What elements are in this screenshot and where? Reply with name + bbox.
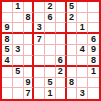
- cell-r8c6[interactable]: [56, 78, 67, 89]
- cell-r6c6[interactable]: 6: [56, 56, 67, 67]
- cell-r6c9[interactable]: 8: [88, 56, 99, 67]
- cell-r1c1[interactable]: [2, 2, 13, 13]
- cell-r9c8[interactable]: 3: [77, 88, 88, 99]
- cell-r9c2[interactable]: [13, 88, 24, 99]
- cell-r3c7[interactable]: [67, 23, 78, 34]
- cell-r4c5[interactable]: [45, 34, 56, 45]
- cell-r5c8[interactable]: 4: [77, 45, 88, 56]
- cell-r1c4[interactable]: [34, 2, 45, 13]
- sudoku-board: 1258629318765349468521958713: [0, 0, 101, 101]
- cell-r3c2[interactable]: [13, 23, 24, 34]
- cell-r7c5[interactable]: [45, 67, 56, 78]
- cell-r3c9[interactable]: [88, 23, 99, 34]
- cell-r6c8[interactable]: [77, 56, 88, 67]
- cell-r9c4[interactable]: [34, 88, 45, 99]
- cell-r9c5[interactable]: 1: [45, 88, 56, 99]
- cell-r2c6[interactable]: [56, 13, 67, 24]
- cell-r8c7[interactable]: 8: [67, 78, 78, 89]
- cell-r5c2[interactable]: 3: [13, 45, 24, 56]
- cell-r8c1[interactable]: [2, 78, 13, 89]
- cell-r7c3[interactable]: [24, 67, 35, 78]
- cell-r2c5[interactable]: 6: [45, 13, 56, 24]
- cell-r6c7[interactable]: [67, 56, 78, 67]
- cell-r1c9[interactable]: [88, 2, 99, 13]
- cell-r9c1[interactable]: [2, 88, 13, 99]
- cell-r4c4[interactable]: 7: [34, 34, 45, 45]
- cell-r3c5[interactable]: [45, 23, 56, 34]
- cell-r3c1[interactable]: 9: [2, 23, 13, 34]
- cell-r7c7[interactable]: [67, 67, 78, 78]
- cell-r3c4[interactable]: 3: [34, 23, 45, 34]
- cell-r2c9[interactable]: [88, 13, 99, 24]
- cell-r1c8[interactable]: [77, 2, 88, 13]
- cell-r3c3[interactable]: [24, 23, 35, 34]
- cell-r6c1[interactable]: 4: [2, 56, 13, 67]
- cell-r7c1[interactable]: [2, 67, 13, 78]
- cell-r7c8[interactable]: [77, 67, 88, 78]
- cell-r9c6[interactable]: [56, 88, 67, 99]
- cell-r5c4[interactable]: [34, 45, 45, 56]
- cell-r4c6[interactable]: [56, 34, 67, 45]
- cell-r9c7[interactable]: [67, 88, 78, 99]
- cell-r9c9[interactable]: [88, 88, 99, 99]
- cell-r5c7[interactable]: [67, 45, 78, 56]
- cell-r4c7[interactable]: [67, 34, 78, 45]
- cell-r6c5[interactable]: [45, 56, 56, 67]
- cell-r3c6[interactable]: [56, 23, 67, 34]
- cell-r8c9[interactable]: [88, 78, 99, 89]
- cell-r6c4[interactable]: [34, 56, 45, 67]
- cell-r3c8[interactable]: 1: [77, 23, 88, 34]
- cell-r8c5[interactable]: 5: [45, 78, 56, 89]
- cell-r2c7[interactable]: 2: [67, 13, 78, 24]
- cell-r2c3[interactable]: 8: [24, 13, 35, 24]
- cell-r2c2[interactable]: [13, 13, 24, 24]
- cell-r8c4[interactable]: [34, 78, 45, 89]
- cell-r1c6[interactable]: [56, 2, 67, 13]
- cell-r6c3[interactable]: [24, 56, 35, 67]
- cell-r6c2[interactable]: [13, 56, 24, 67]
- cell-r1c2[interactable]: 1: [13, 2, 24, 13]
- cell-r5c5[interactable]: [45, 45, 56, 56]
- cell-r7c6[interactable]: 2: [56, 67, 67, 78]
- cell-r9c3[interactable]: 7: [24, 88, 35, 99]
- cell-r8c2[interactable]: [13, 78, 24, 89]
- cell-r7c4[interactable]: [34, 67, 45, 78]
- cell-r8c8[interactable]: [77, 78, 88, 89]
- cell-r4c3[interactable]: [24, 34, 35, 45]
- cell-r8c3[interactable]: 9: [24, 78, 35, 89]
- cell-r7c2[interactable]: 5: [13, 67, 24, 78]
- cell-r7c9[interactable]: 1: [88, 67, 99, 78]
- cell-r5c3[interactable]: [24, 45, 35, 56]
